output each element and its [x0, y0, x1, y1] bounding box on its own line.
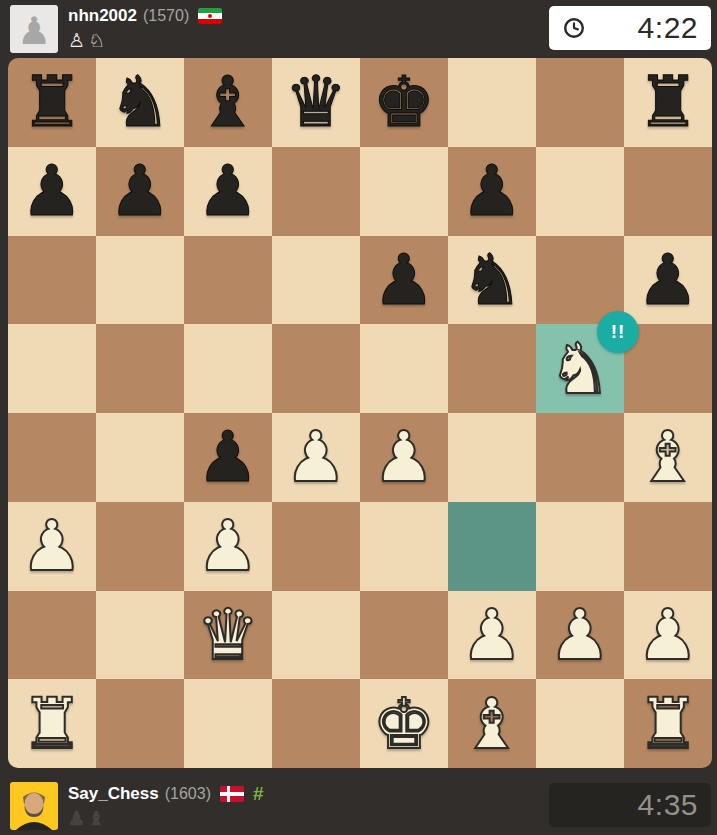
- square-h3[interactable]: [624, 502, 712, 591]
- default-pawn-avatar-icon: ♟: [10, 5, 58, 53]
- square-e8[interactable]: ♚: [360, 58, 448, 147]
- square-f1[interactable]: ♝: [448, 679, 536, 768]
- square-e4[interactable]: ♟: [360, 413, 448, 502]
- bottom-player-name[interactable]: Say_Chess: [68, 784, 159, 804]
- square-d8[interactable]: ♛: [272, 58, 360, 147]
- square-f5[interactable]: [448, 324, 536, 413]
- square-b5[interactable]: [96, 324, 184, 413]
- square-b6[interactable]: [96, 236, 184, 325]
- white-bishop-h4[interactable]: ♝: [624, 413, 712, 502]
- square-a1[interactable]: ♜: [8, 679, 96, 768]
- black-pawn-f7[interactable]: ♟: [448, 147, 536, 236]
- square-g3[interactable]: [536, 502, 624, 591]
- square-d3[interactable]: [272, 502, 360, 591]
- square-d1[interactable]: [272, 679, 360, 768]
- square-f6[interactable]: ♞: [448, 236, 536, 325]
- square-e3[interactable]: [360, 502, 448, 591]
- square-d5[interactable]: [272, 324, 360, 413]
- top-player-rating: (1570): [143, 7, 189, 25]
- svg-text:♟: ♟: [17, 9, 51, 53]
- black-king-e8[interactable]: ♚: [360, 58, 448, 147]
- black-knight-b8[interactable]: ♞: [96, 58, 184, 147]
- white-pawn-f2[interactable]: ♟: [448, 591, 536, 680]
- square-a7[interactable]: ♟: [8, 147, 96, 236]
- square-b1[interactable]: [96, 679, 184, 768]
- square-g5[interactable]: ♞!!: [536, 324, 624, 413]
- square-a5[interactable]: [8, 324, 96, 413]
- streamer-hash-badge[interactable]: #: [253, 783, 264, 805]
- top-player-name[interactable]: nhn2002: [68, 6, 137, 26]
- black-rook-a8[interactable]: ♜: [8, 58, 96, 147]
- square-e5[interactable]: [360, 324, 448, 413]
- brilliant-move-badge: !!: [597, 311, 639, 353]
- black-rook-h8[interactable]: ♜: [624, 58, 712, 147]
- captured-white-knight-icon: ♘: [88, 31, 105, 50]
- square-h6[interactable]: ♟: [624, 236, 712, 325]
- white-pawn-e4[interactable]: ♟: [360, 413, 448, 502]
- black-knight-f6[interactable]: ♞: [448, 236, 536, 325]
- black-pawn-a7[interactable]: ♟: [8, 147, 96, 236]
- square-a6[interactable]: [8, 236, 96, 325]
- top-clock-time: 4:22: [586, 11, 711, 45]
- clock-icon: [562, 16, 586, 40]
- black-queen-d8[interactable]: ♛: [272, 58, 360, 147]
- square-g7[interactable]: [536, 147, 624, 236]
- square-c7[interactable]: ♟: [184, 147, 272, 236]
- white-pawn-c3[interactable]: ♟: [184, 502, 272, 591]
- white-rook-a1[interactable]: ♜: [8, 679, 96, 768]
- captured-black-bishop-icon: ♝: [88, 809, 105, 828]
- white-king-e1[interactable]: ♚: [360, 679, 448, 768]
- square-h8[interactable]: ♜: [624, 58, 712, 147]
- square-a4[interactable]: [8, 413, 96, 502]
- black-pawn-c4[interactable]: ♟: [184, 413, 272, 502]
- square-d7[interactable]: [272, 147, 360, 236]
- chess-board[interactable]: ♜♞♝♛♚♜♟♟♟♟♟♞♟♞!!♟♟♟♝♟♟♛♟♟♟♜♚♝♜: [8, 58, 712, 768]
- square-f7[interactable]: ♟: [448, 147, 536, 236]
- bottom-captured-pieces: ♟ ♝: [68, 807, 264, 829]
- captured-black-pawn-icon: ♟: [68, 809, 85, 828]
- bottom-player-bar: Say_Chess (1603) # ♟ ♝ 4:35: [0, 778, 717, 835]
- square-c3[interactable]: ♟: [184, 502, 272, 591]
- square-c6[interactable]: [184, 236, 272, 325]
- square-a2[interactable]: [8, 591, 96, 680]
- white-pawn-a3[interactable]: ♟: [8, 502, 96, 591]
- white-pawn-d4[interactable]: ♟: [272, 413, 360, 502]
- square-c8[interactable]: ♝: [184, 58, 272, 147]
- square-d4[interactable]: ♟: [272, 413, 360, 502]
- bottom-clock-time: 4:35: [549, 788, 711, 822]
- bottom-player-photo: [10, 782, 58, 830]
- square-c2[interactable]: ♛: [184, 591, 272, 680]
- square-b8[interactable]: ♞: [96, 58, 184, 147]
- square-b4[interactable]: [96, 413, 184, 502]
- square-h7[interactable]: [624, 147, 712, 236]
- black-bishop-c8[interactable]: ♝: [184, 58, 272, 147]
- black-pawn-b7[interactable]: ♟: [96, 147, 184, 236]
- captured-white-pawn-icon: ♙: [68, 31, 85, 50]
- square-c1[interactable]: [184, 679, 272, 768]
- square-g2[interactable]: ♟: [536, 591, 624, 680]
- square-f8[interactable]: [448, 58, 536, 147]
- white-rook-h1[interactable]: ♜: [624, 679, 712, 768]
- square-c4[interactable]: ♟: [184, 413, 272, 502]
- bottom-player-rating: (1603): [165, 785, 211, 803]
- square-g4[interactable]: [536, 413, 624, 502]
- top-player-bar: ♟ nhn2002 (1570) ♙ ♘ 4:22: [0, 0, 717, 58]
- square-h2[interactable]: ♟: [624, 591, 712, 680]
- bottom-player-avatar[interactable]: [10, 782, 58, 830]
- square-f3[interactable]: [448, 502, 536, 591]
- denmark-flag-icon: [220, 786, 244, 802]
- square-b2[interactable]: [96, 591, 184, 680]
- square-c5[interactable]: [184, 324, 272, 413]
- white-pawn-h2[interactable]: ♟: [624, 591, 712, 680]
- square-e2[interactable]: [360, 591, 448, 680]
- top-captured-pieces: ♙ ♘: [68, 29, 222, 51]
- square-f2[interactable]: ♟: [448, 591, 536, 680]
- square-h1[interactable]: ♜: [624, 679, 712, 768]
- top-player-avatar[interactable]: ♟: [10, 5, 58, 53]
- white-bishop-f1[interactable]: ♝: [448, 679, 536, 768]
- square-f4[interactable]: [448, 413, 536, 502]
- square-e6[interactable]: ♟: [360, 236, 448, 325]
- square-g1[interactable]: [536, 679, 624, 768]
- white-pawn-g2[interactable]: ♟: [536, 591, 624, 680]
- square-h4[interactable]: ♝: [624, 413, 712, 502]
- square-g8[interactable]: [536, 58, 624, 147]
- square-a3[interactable]: ♟: [8, 502, 96, 591]
- square-d2[interactable]: [272, 591, 360, 680]
- white-queen-c2[interactable]: ♛: [184, 591, 272, 680]
- black-pawn-e6[interactable]: ♟: [360, 236, 448, 325]
- black-pawn-c7[interactable]: ♟: [184, 147, 272, 236]
- black-pawn-h6[interactable]: ♟: [624, 236, 712, 325]
- square-b7[interactable]: ♟: [96, 147, 184, 236]
- top-player-clock: 4:22: [549, 6, 711, 50]
- square-e7[interactable]: [360, 147, 448, 236]
- iran-flag-icon: [198, 8, 222, 24]
- square-d6[interactable]: [272, 236, 360, 325]
- square-a8[interactable]: ♜: [8, 58, 96, 147]
- bottom-player-clock: 4:35: [549, 783, 711, 827]
- square-b3[interactable]: [96, 502, 184, 591]
- square-e1[interactable]: ♚: [360, 679, 448, 768]
